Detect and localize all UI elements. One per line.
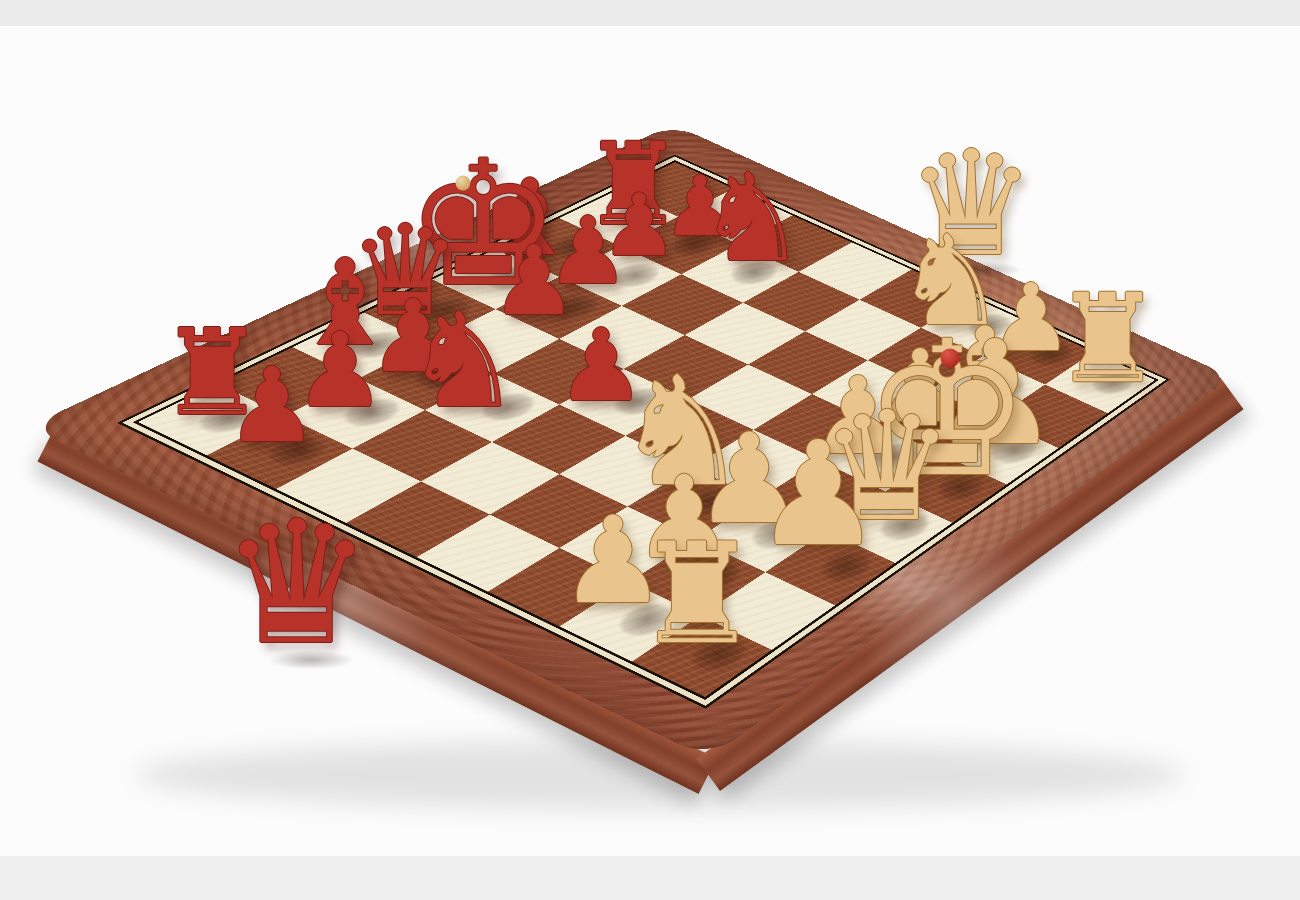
- piece-red-queen-offboard-table-lower-left: ♛: [221, 498, 373, 668]
- background-bottom-band: [0, 856, 1300, 900]
- piece-red-pawn-a7: ♟: [226, 354, 318, 457]
- piece-white-pawn-c1: ♟: [753, 422, 882, 566]
- red-king-ball-finial: [456, 176, 471, 191]
- background-top-band: [0, 0, 1300, 26]
- piece-white-rook-h1: ♜: [1053, 278, 1162, 400]
- piece-red-knight-g6: ♞: [697, 157, 806, 279]
- white-king-ball-finial: [941, 349, 960, 368]
- piece-white-rook-a1: ♜: [635, 525, 760, 664]
- piece-red-knight-c6: ♞: [404, 295, 521, 426]
- product-photo-stage: ♜♟♟♝♛♞♟♚♟♛♞♝♟♟♜♟♟♞♝♜♟♟♟♟♚♞♛♟♟♟♟♜♛: [0, 0, 1300, 900]
